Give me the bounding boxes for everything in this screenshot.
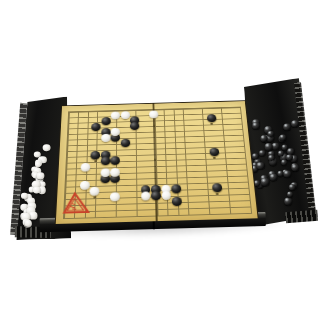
- black-stone: [286, 154, 292, 160]
- right-drawer-front-ridges: [285, 210, 318, 224]
- board-grid-lines: [63, 107, 252, 220]
- black-stone: [151, 191, 161, 199]
- star-point: [216, 193, 218, 195]
- black-stone: [207, 115, 217, 122]
- white-stone: [121, 112, 130, 119]
- white-stone: [161, 191, 171, 199]
- star-point: [213, 157, 215, 159]
- black-stone: [256, 162, 264, 170]
- black-stone: [101, 157, 110, 165]
- black-stone: [267, 130, 274, 136]
- white-stone: [81, 163, 91, 171]
- go-board: [55, 100, 259, 224]
- white-stone: [37, 172, 45, 179]
- black-stone: [289, 184, 295, 190]
- white-stone: [111, 128, 120, 136]
- black-stone: [252, 153, 259, 159]
- red-triangle-logo-stamp: [62, 191, 91, 215]
- white-stone: [100, 169, 110, 177]
- black-stone: [277, 151, 284, 157]
- black-stone: [270, 173, 278, 181]
- black-stone: [171, 185, 181, 193]
- white-stone: [25, 220, 32, 227]
- black-stone: [261, 178, 270, 186]
- black-stone: [209, 148, 219, 156]
- white-stone: [141, 192, 151, 200]
- product-photo-scene: [0, 0, 320, 320]
- white-stone-pile: [0, 0, 315, 5]
- black-stone: [111, 157, 120, 165]
- star-point: [94, 160, 96, 162]
- black-stone: [259, 150, 266, 156]
- white-stone: [21, 192, 28, 198]
- black-stone: [172, 197, 182, 206]
- black-stone: [279, 134, 286, 141]
- black-stone: [212, 184, 222, 192]
- white-stone: [43, 144, 51, 151]
- star-point: [211, 123, 213, 125]
- star-point: [93, 196, 95, 198]
- go-set: [0, 0, 320, 320]
- white-stone: [80, 181, 90, 189]
- black-stone: [284, 197, 293, 205]
- black-stone: [287, 191, 294, 197]
- black-stone: [101, 117, 110, 124]
- black-stone-pile: [0, 0, 315, 5]
- black-stone: [284, 170, 291, 177]
- black-stone: [121, 139, 130, 147]
- white-stone: [101, 134, 110, 142]
- white-stone: [111, 112, 120, 119]
- white-stone: [110, 193, 120, 201]
- white-stone: [149, 111, 158, 118]
- white-stone: [110, 168, 119, 176]
- black-stone: [130, 122, 139, 130]
